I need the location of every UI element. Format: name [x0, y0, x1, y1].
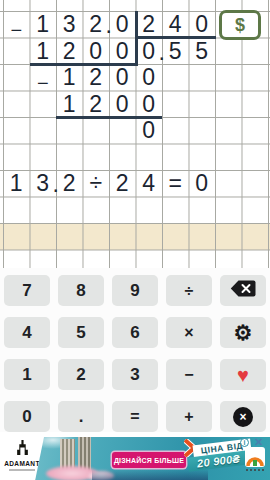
worksheet-cell-r0c7: 0 — [189, 11, 216, 38]
ad-app-caption-dots — [246, 469, 264, 471]
worksheet-cell-r0c4: 0 — [109, 11, 136, 38]
subtraction-line-2 — [56, 116, 162, 119]
worksheet-cell-r6c1: 3. — [30, 170, 57, 197]
worksheet-cell-r6c4: 2 — [109, 170, 136, 197]
key-subtract[interactable]: − — [166, 359, 212, 390]
worksheet-cell-r1c6: 5 — [162, 38, 189, 65]
advertiser-logo-block: ADAMANT — [0, 437, 44, 480]
ad-cta-button[interactable]: ДІЗНАЙСЯ БІЛЬШЕ — [112, 452, 186, 468]
input-row-highlight — [0, 223, 270, 250]
key-divide[interactable]: ÷ — [166, 275, 212, 306]
worksheet-cell-r0c1: 1 — [30, 11, 57, 38]
worksheet-cell-r2c2: 1 — [56, 64, 83, 91]
worksheet-cell-r2c3: 2 — [83, 64, 110, 91]
gear-icon: ⚙ — [234, 322, 253, 343]
key-4[interactable]: 4 — [4, 317, 50, 348]
advertiser-name: ADAMANT — [4, 460, 40, 467]
ad-info-icon[interactable]: i — [240, 438, 249, 447]
key-1[interactable]: 1 — [4, 359, 50, 390]
worksheet-cell-r0c2: 3 — [56, 11, 83, 38]
worksheet-cell-r6c7: 0 — [189, 170, 216, 197]
adamant-tower-icon — [15, 440, 30, 459]
worksheet-cell-r1c4: 0 — [109, 38, 136, 65]
worksheet-cell-r2c5: 0 — [136, 64, 163, 91]
worksheet-cell-r0c0: − — [3, 11, 30, 38]
worksheet-cell-r3c5: 0 — [136, 91, 163, 118]
worksheet-cell-r0c6: 4 — [162, 11, 189, 38]
ad-banner[interactable]: ADAMANT ДІЗНАЙСЯ БІЛЬШЕ ЦІНА ВІД 20 900₴… — [0, 437, 270, 480]
key-3[interactable]: 3 — [112, 359, 158, 390]
currency-dollar-button[interactable]: $ — [219, 10, 261, 40]
key-9[interactable]: 9 — [112, 275, 158, 306]
worksheet-cell-r3c4: 0 — [109, 91, 136, 118]
key-settings[interactable]: ⚙ — [220, 317, 266, 348]
key-close[interactable]: × — [220, 401, 266, 432]
backspace-icon — [230, 280, 256, 302]
key-favorite[interactable]: ♥ — [220, 359, 266, 390]
worksheet-cell-r0c3: 2. — [83, 11, 110, 38]
worksheet-cell-r6c2: 2 — [56, 170, 83, 197]
worksheet-cell-r3c3: 2 — [83, 91, 110, 118]
worksheet-cell-r3c2: 1 — [56, 91, 83, 118]
key-7[interactable]: 7 — [4, 275, 50, 306]
key-6[interactable]: 6 — [112, 317, 158, 348]
worksheet-cell-r6c5: 4 — [136, 170, 163, 197]
worksheet-cell-r2c1: − — [30, 64, 57, 91]
key-8[interactable]: 8 — [58, 275, 104, 306]
division-bracket-horizontal-line — [135, 36, 216, 39]
worksheet-cell-r1c1: 1 — [30, 38, 57, 65]
key-add[interactable]: + — [166, 401, 212, 432]
worksheet-cell-r1c2: 2 — [56, 38, 83, 65]
worksheet-cell-r0c5: 2 — [136, 11, 163, 38]
subtraction-line-1 — [30, 63, 138, 66]
ad-app-icon[interactable] — [245, 447, 265, 467]
key-multiply[interactable]: × — [166, 317, 212, 348]
key-decimal[interactable]: . — [58, 401, 104, 432]
worksheet-cell-r2c4: 0 — [109, 64, 136, 91]
division-worksheet-board[interactable]: −132.024012000.55−12001200013.2÷24=0 $ — [0, 0, 270, 268]
key-backspace[interactable] — [220, 275, 266, 306]
worksheet-cell-r6c0: 1 — [3, 170, 30, 197]
worksheet-cell-r4c5: 0 — [136, 117, 163, 144]
heart-icon: ♥ — [237, 365, 249, 385]
worksheet-cell-r1c3: 0 — [83, 38, 110, 65]
key-2[interactable]: 2 — [58, 359, 104, 390]
worksheet-cell-r1c5: 0. — [136, 38, 163, 65]
worksheet-cell-r1c7: 5 — [189, 38, 216, 65]
key-5[interactable]: 5 — [58, 317, 104, 348]
key-equals[interactable]: = — [112, 401, 158, 432]
close-circle-icon: × — [233, 407, 253, 427]
worksheet-cell-r6c3: ÷ — [83, 170, 110, 197]
worksheet-cell-r6c6: = — [162, 170, 189, 197]
advertiser-subtitle-bar — [9, 469, 35, 471]
key-0[interactable]: 0 — [4, 401, 50, 432]
calculator-app: −132.024012000.55−12001200013.2÷24=0 $ 7… — [0, 0, 270, 480]
keypad: 7 8 9 ÷ 4 5 6 × ⚙ 1 2 3 − ♥ 0 . = + — [0, 268, 270, 432]
